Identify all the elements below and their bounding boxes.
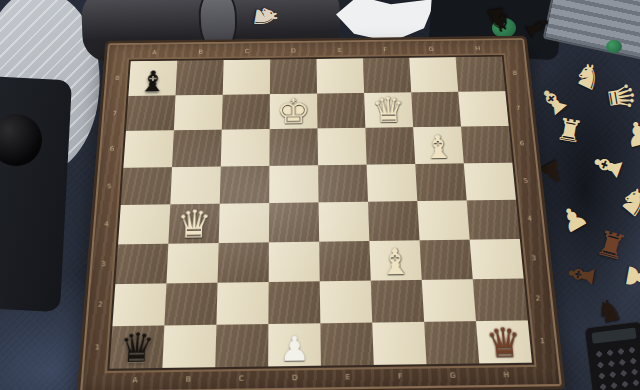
square-h6[interactable] [461,126,512,163]
piece-black-queen-h1[interactable]: ♛ [484,323,523,364]
coord-label-e: e [345,373,350,382]
square-g5[interactable] [415,163,466,201]
coord-label-f: f [383,46,387,53]
square-d6[interactable] [269,128,318,165]
square-f6[interactable] [365,127,415,164]
coord-label-6: 6 [110,145,115,152]
piece-black-queen-a1[interactable]: ♛ [118,328,156,369]
coord-label-c: c [245,48,250,55]
square-h7[interactable] [458,91,508,127]
square-d7[interactable]: ♚ [270,93,318,129]
coord-label-d: d [291,48,296,55]
square-c5[interactable] [220,165,270,203]
piece-black-bishop-a8[interactable]: ♝ [138,66,168,95]
square-a7[interactable] [126,95,176,131]
scene-casual-chess-photo: { "game": "chess", "scene": "overhead ph… [0,0,640,390]
square-h4[interactable] [467,200,520,239]
square-b6[interactable] [172,130,222,167]
coord-label-f: f [398,372,403,381]
square-f4[interactable] [368,201,420,240]
square-c7[interactable] [222,94,270,130]
piece-white-king-d7[interactable]: ♚ [276,94,310,129]
coord-label-g: g [428,46,433,53]
coord-label-d: d [292,374,298,383]
square-e5[interactable] [318,164,368,202]
square-b7[interactable] [174,94,223,130]
square-h2[interactable] [473,278,528,320]
coord-label-2: 2 [535,295,540,303]
coord-label-4: 4 [104,221,109,229]
square-e1[interactable] [320,322,373,366]
calculator [584,321,640,390]
coord-label-3: 3 [531,254,536,262]
square-a1[interactable]: ♛ [109,325,164,369]
square-b3[interactable] [166,243,218,284]
coord-label-1: 1 [540,337,546,346]
board-frame: abcdefgh abcdefgh 87654321 87654321 ♝♚♛♝… [76,36,565,390]
square-d2[interactable] [268,281,320,323]
square-b2[interactable] [164,283,217,325]
chess-board: abcdefgh abcdefgh 87654321 87654321 ♝♚♛♝… [76,36,565,390]
square-e8[interactable] [317,58,365,93]
square-f2[interactable] [371,280,424,322]
square-f3[interactable]: ♝ [369,240,421,281]
square-e7[interactable] [317,93,365,129]
coord-label-5: 5 [523,177,528,184]
square-g1[interactable] [424,321,479,365]
coord-label-g: g [450,371,456,380]
coord-label-7: 7 [516,105,521,112]
square-g6[interactable]: ♝ [413,127,464,164]
square-c4[interactable] [219,203,270,243]
square-d4[interactable] [269,202,319,241]
square-c6[interactable] [221,129,270,166]
coord-label-c: c [239,374,244,383]
square-f8[interactable] [363,58,411,93]
square-h8[interactable] [456,57,506,92]
square-b5[interactable] [170,166,220,204]
coord-label-a: a [152,49,157,56]
square-h5[interactable] [464,162,516,200]
square-d8[interactable] [270,59,317,94]
square-e2[interactable] [320,281,373,323]
play-area: ♝♚♛♝♛♝♛♟♛ [109,57,532,369]
square-g3[interactable] [420,239,473,280]
piece-white-bishop-g6[interactable]: ♝ [422,131,455,164]
piece-white-queen-f7[interactable]: ♛ [371,92,407,127]
square-h3[interactable] [470,238,524,279]
coord-label-b: b [198,49,203,56]
square-g2[interactable] [422,279,476,321]
square-f7[interactable]: ♛ [364,92,413,128]
square-a8[interactable]: ♝ [128,61,177,96]
square-a3[interactable] [115,243,168,284]
square-d1[interactable]: ♟ [268,323,321,367]
coord-label-5: 5 [107,182,112,189]
square-g4[interactable] [417,200,469,239]
coord-label-7: 7 [112,110,117,117]
square-b4[interactable]: ♛ [168,204,219,244]
coord-label-e: e [337,47,341,54]
coord-label-4: 4 [527,215,532,223]
coord-label-3: 3 [101,260,106,268]
square-d5[interactable] [269,165,318,203]
square-h1[interactable]: ♛ [476,320,532,364]
coord-label-a: a [132,376,138,385]
square-d3[interactable] [269,241,320,282]
coord-label-1: 1 [95,343,100,352]
square-e4[interactable] [319,202,370,241]
square-e6[interactable] [318,128,367,165]
square-a4[interactable] [118,204,170,244]
square-g7[interactable] [411,91,461,127]
square-f1[interactable] [372,321,426,365]
coord-label-h: h [475,45,480,52]
coord-label-8: 8 [115,75,120,82]
piece-white-queen-b4[interactable]: ♛ [176,204,213,243]
square-e3[interactable] [319,241,371,282]
crumpled-paper [336,0,436,42]
square-b8[interactable] [176,60,224,95]
calculator-screen [592,328,637,344]
square-c8[interactable] [223,59,270,94]
square-c3[interactable] [218,242,269,283]
square-a5[interactable] [121,167,172,205]
coord-label-2: 2 [98,301,103,309]
square-g8[interactable] [409,57,458,92]
coord-label-b: b [185,375,190,384]
square-b1[interactable] [162,324,216,368]
square-a2[interactable] [112,283,166,325]
square-c1[interactable] [215,323,268,367]
square-a6[interactable] [123,130,173,167]
floor-mat [0,76,72,312]
square-f5[interactable] [367,164,418,202]
calculator-keys [594,344,640,390]
coord-label-h: h [503,371,509,380]
file-labels-bottom: abcdefgh [108,368,534,387]
file-labels-top: abcdefgh [131,43,502,58]
coord-label-6: 6 [520,140,525,147]
square-c2[interactable] [216,282,268,324]
piece-white-pawn-d1[interactable]: ♟ [279,332,309,366]
piece-white-bishop-f3[interactable]: ♝ [378,244,412,280]
coord-label-8: 8 [512,70,517,77]
